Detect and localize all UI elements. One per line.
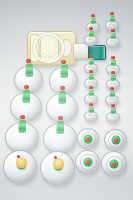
pump-hose-coil-inner <box>37 36 58 57</box>
valve-red-tip <box>112 162 116 166</box>
suction-valve <box>58 86 66 104</box>
valve-red-tip <box>86 137 90 141</box>
suction-valve <box>88 86 94 99</box>
valve-green-stem <box>88 73 94 80</box>
suction-valve <box>88 55 94 68</box>
suction-valve <box>109 87 115 100</box>
valve-green-stem <box>22 89 30 103</box>
valve-base <box>110 39 116 42</box>
valve-green-stem <box>110 107 116 114</box>
valve-red-tip <box>114 138 118 142</box>
valve-green-stem <box>110 59 116 66</box>
suction-valve <box>90 14 96 27</box>
cupping-cup-side-small <box>84 35 98 46</box>
valve-green-stem <box>88 58 94 65</box>
valve-green-stem <box>56 120 64 134</box>
suction-valve <box>60 60 68 78</box>
valve-base <box>88 80 94 83</box>
valve-green-stem <box>58 90 66 104</box>
cupping-cup-side-small <box>84 111 98 122</box>
suction-valve <box>88 27 94 40</box>
suction-valve <box>18 115 26 133</box>
photo-caption: cupping therapy set <box>0 0 1 1</box>
cupping-cup-side-small <box>106 37 120 48</box>
valve-green-stem <box>110 74 116 81</box>
suction-valve <box>110 71 116 84</box>
valve-base <box>88 96 94 99</box>
valve-base <box>110 66 116 69</box>
suction-valve <box>110 29 116 42</box>
cupping-set-photo: cupping therapy set <box>0 0 133 200</box>
cupping-cup-side-large <box>10 92 42 122</box>
cupping-cup-top <box>75 150 100 174</box>
cupping-cup-side-small <box>106 112 120 123</box>
cupping-cup-side-large <box>5 122 39 153</box>
valve-green-stem <box>60 64 68 78</box>
valve-green-stem <box>88 106 94 113</box>
valve-base <box>88 65 94 68</box>
valve-green-stem <box>25 63 33 77</box>
cupping-cup-top <box>101 151 127 176</box>
suction-valve <box>25 59 33 77</box>
cupping-cup-amber-large <box>40 151 75 185</box>
suction-valve <box>110 104 116 117</box>
valve-base <box>110 81 116 84</box>
valve-red-tip <box>86 160 90 164</box>
cupping-cup-amber-large <box>3 150 37 183</box>
suction-valve <box>109 12 115 25</box>
suction-valve <box>110 56 116 69</box>
valve-green-stem <box>109 90 115 97</box>
suction-valve <box>88 70 94 83</box>
valve-green-stem <box>90 17 96 24</box>
suction-valve <box>88 103 94 116</box>
valve-green-stem <box>88 30 94 37</box>
suction-valve <box>56 116 64 134</box>
valve-base <box>88 113 94 116</box>
cupping-cup-top <box>77 128 99 149</box>
valve-base <box>88 37 94 40</box>
valve-base <box>110 114 116 117</box>
suction-valve <box>22 85 30 103</box>
valve-green-stem <box>109 15 115 22</box>
valve-green-stem <box>18 119 26 133</box>
valve-base <box>109 97 115 100</box>
valve-green-stem <box>88 89 94 96</box>
valve-green-stem <box>110 32 116 39</box>
cupping-cup-top <box>104 129 127 151</box>
valve-base <box>109 22 115 25</box>
cupping-cup-side-large <box>43 123 77 154</box>
